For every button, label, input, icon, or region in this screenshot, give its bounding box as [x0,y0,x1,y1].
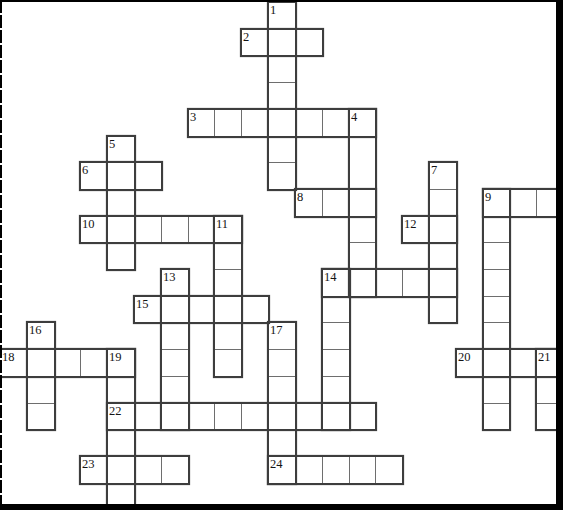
cell-r10-c15[interactable] [402,269,430,297]
cell-r10-c6[interactable] [161,269,189,297]
cell-r15-c6[interactable] [161,403,189,430]
cell-r17-c6[interactable] [161,456,189,484]
cell-r13-c12[interactable] [322,349,350,377]
cell-r13-c4[interactable] [107,349,135,377]
cell-r17-c11[interactable] [295,456,323,484]
cell-r8-c13[interactable] [349,216,376,243]
cell-r4-c13[interactable] [349,109,376,137]
cell-r15-c1[interactable] [27,403,55,430]
cell-r17-c5[interactable] [134,456,162,484]
cell-r17-c13[interactable] [349,456,376,484]
cell-r6-c5[interactable] [134,162,162,190]
frame-bottom-edge [0,504,563,510]
cell-r10-c16[interactable] [429,269,457,297]
cell-r13-c0[interactable] [0,349,28,377]
cell-r17-c3[interactable] [80,456,108,484]
cell-r7-c13[interactable] [349,189,376,217]
cell-r15-c4[interactable] [107,403,135,430]
cell-r10-c18[interactable] [483,269,510,297]
cell-r11-c5[interactable] [134,296,162,323]
cell-r13-c1[interactable] [27,349,55,377]
cell-r13-c18[interactable] [483,349,510,377]
cell-r13-c3[interactable] [80,349,108,377]
cell-r8-c7[interactable] [188,216,215,243]
cell-r14-c12[interactable] [322,376,350,404]
cell-r8-c15[interactable] [402,216,430,243]
cell-r17-c12[interactable] [322,456,350,484]
cell-r15-c5[interactable] [134,403,162,430]
cell-r7-c18[interactable] [483,189,510,217]
cell-r9-c8[interactable] [214,242,242,270]
cell-r13-c10[interactable] [268,349,296,377]
cell-r15-c13[interactable] [349,403,376,430]
cell-r8-c8[interactable] [214,216,242,243]
cell-r7-c19[interactable] [509,189,537,217]
cell-r0-c10[interactable] [268,2,296,30]
cell-r15-c10[interactable] [268,403,296,430]
cell-r16-c10[interactable] [268,429,296,457]
cell-r15-c8[interactable] [214,403,242,430]
frame-left-edge [0,0,2,510]
cell-r12-c1[interactable] [27,322,55,350]
cell-r11-c7[interactable] [188,296,215,323]
cell-r6-c4[interactable] [107,162,135,190]
cell-r4-c11[interactable] [295,109,323,137]
cell-r4-c12[interactable] [322,109,350,137]
cell-r8-c3[interactable] [80,216,108,243]
cell-r8-c6[interactable] [161,216,189,243]
cell-r9-c4[interactable] [107,242,135,270]
cell-r4-c10[interactable] [268,109,296,137]
cell-r14-c10[interactable] [268,376,296,404]
cell-r17-c14[interactable] [375,456,403,484]
cell-r12-c8[interactable] [214,322,242,350]
cell-r11-c8[interactable] [214,296,242,323]
cell-r5-c4[interactable] [107,136,135,163]
cell-r12-c6[interactable] [161,322,189,350]
cell-r14-c4[interactable] [107,376,135,404]
cell-r6-c16[interactable] [429,162,457,190]
cell-r15-c11[interactable] [295,403,323,430]
cell-r8-c5[interactable] [134,216,162,243]
cell-r15-c7[interactable] [188,403,215,430]
cell-r7-c11[interactable] [295,189,323,217]
cell-r14-c1[interactable] [27,376,55,404]
cell-r12-c18[interactable] [483,322,510,350]
cell-r11-c16[interactable] [429,296,457,323]
cell-r7-c12[interactable] [322,189,350,217]
cell-r4-c8[interactable] [214,109,242,137]
crossword-board: 123456789101112131415161718192021222324 [0,0,563,510]
cell-r1-c11[interactable] [295,29,323,56]
cell-r11-c6[interactable] [161,296,189,323]
cell-r16-c4[interactable] [107,429,135,457]
cell-r12-c12[interactable] [322,322,350,350]
cell-r13-c6[interactable] [161,349,189,377]
cell-r8-c16[interactable] [429,216,457,243]
cell-r13-c2[interactable] [54,349,81,377]
cell-r9-c13[interactable] [349,242,376,270]
cell-r15-c12[interactable] [322,403,350,430]
cell-r4-c9[interactable] [241,109,269,137]
cell-r6-c3[interactable] [80,162,108,190]
cell-r15-c9[interactable] [241,403,269,430]
frame-right-edge [556,0,563,510]
cell-r10-c13[interactable] [349,269,376,297]
cell-r10-c12[interactable] [322,269,350,297]
cell-r17-c10[interactable] [268,456,296,484]
cell-r7-c16[interactable] [429,189,457,217]
cell-r11-c9[interactable] [241,296,269,323]
cell-r8-c4[interactable] [107,216,135,243]
cell-r6-c10[interactable] [268,162,296,190]
cell-r9-c16[interactable] [429,242,457,270]
cell-r13-c19[interactable] [509,349,537,377]
cell-r13-c8[interactable] [214,349,242,377]
cell-r8-c18[interactable] [483,216,510,243]
cell-r4-c7[interactable] [188,109,215,137]
cell-r2-c10[interactable] [268,55,296,83]
cell-r10-c8[interactable] [214,269,242,297]
frame-top-edge [0,0,563,2]
cell-r1-c9[interactable] [241,29,269,56]
cell-r11-c18[interactable] [483,296,510,323]
cell-r15-c18[interactable] [483,403,510,430]
cell-r13-c17[interactable] [456,349,484,377]
cell-r7-c4[interactable] [107,189,135,217]
cell-r5-c10[interactable] [268,136,296,163]
cell-r14-c18[interactable] [483,376,510,404]
cell-r1-c10[interactable] [268,29,296,56]
cell-r14-c6[interactable] [161,376,189,404]
cell-r12-c10[interactable] [268,322,296,350]
cell-r10-c14[interactable] [375,269,403,297]
cell-r9-c18[interactable] [483,242,510,270]
cell-r3-c10[interactable] [268,82,296,110]
cell-r17-c4[interactable] [107,456,135,484]
